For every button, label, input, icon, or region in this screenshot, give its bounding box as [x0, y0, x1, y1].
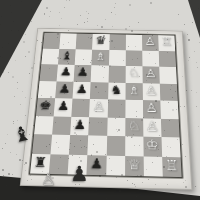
captured-white-pawn[interactable]: ♙	[41, 172, 55, 188]
black-bishop[interactable]: ♝	[61, 50, 74, 61]
square-e8[interactable]: ♚	[36, 98, 55, 116]
square-d2[interactable]: ♙	[142, 83, 160, 101]
square-c7[interactable]: ♟	[57, 65, 75, 82]
white-knight[interactable]: ♘	[128, 120, 141, 133]
square-e5[interactable]: ♙	[89, 99, 107, 117]
square-f6[interactable]: ♟	[70, 116, 89, 135]
white-pawn[interactable]: ♙	[145, 68, 157, 80]
square-e2[interactable]: ♙	[143, 100, 161, 118]
square-a8[interactable]	[43, 33, 61, 49]
square-e4[interactable]	[107, 99, 125, 117]
square-a5[interactable]: ♛	[92, 34, 109, 50]
square-a3[interactable]	[125, 35, 142, 51]
square-c2[interactable]: ♙	[142, 66, 159, 83]
square-b3[interactable]	[125, 50, 142, 66]
white-queen[interactable]: ♕	[128, 158, 141, 172]
square-c4[interactable]	[108, 66, 125, 83]
square-g6[interactable]	[69, 135, 88, 155]
square-d4[interactable]: ♞	[108, 82, 126, 100]
white-king[interactable]: ♔	[146, 139, 159, 153]
square-b5[interactable]: ♗	[92, 49, 109, 65]
square-b8[interactable]	[41, 48, 59, 64]
square-d6[interactable]: ♟	[73, 81, 91, 99]
square-d8[interactable]	[38, 81, 57, 99]
square-g4[interactable]	[106, 136, 125, 156]
black-pawn[interactable]: ♟	[76, 83, 89, 95]
white-bishop[interactable]: ♗	[94, 51, 106, 62]
square-c1[interactable]	[159, 67, 177, 84]
black-pawn[interactable]: ♟	[90, 157, 104, 171]
black-king[interactable]: ♚	[39, 100, 53, 113]
square-e1[interactable]	[160, 100, 178, 118]
square-f8[interactable]	[34, 116, 54, 135]
square-b6[interactable]	[75, 49, 93, 65]
white-pawn[interactable]: ♙	[146, 120, 159, 133]
square-e3[interactable]	[125, 100, 143, 118]
square-a7[interactable]	[59, 33, 76, 49]
square-g2[interactable]: ♔	[143, 137, 162, 157]
white-rook[interactable]: ♖	[161, 37, 173, 48]
captured-black-pawn[interactable]: ♟	[70, 164, 89, 185]
square-c6[interactable]: ♟	[74, 65, 92, 82]
square-g7[interactable]	[51, 135, 71, 155]
square-f2[interactable]: ♙	[143, 118, 161, 137]
square-b7[interactable]: ♝	[58, 49, 76, 65]
board-margin: ♛♙♖♝♗♟♟♘♙♟♟♞♗♙♚♟♙♙♟♘♙♔♜♟♕♖	[20, 28, 193, 190]
black-pawn[interactable]: ♟	[57, 100, 70, 113]
square-a6[interactable]	[76, 34, 93, 50]
black-rook[interactable]: ♜	[33, 156, 47, 170]
square-d1[interactable]	[160, 83, 178, 101]
square-g1[interactable]	[161, 137, 180, 157]
white-bishop[interactable]: ♗	[128, 84, 140, 96]
white-pawn[interactable]: ♙	[145, 102, 158, 115]
square-f5[interactable]	[89, 117, 108, 136]
black-pawn[interactable]: ♟	[59, 66, 72, 78]
square-f7[interactable]	[52, 116, 71, 135]
square-d3[interactable]: ♗	[125, 83, 143, 101]
square-a4[interactable]	[109, 34, 126, 50]
square-h2[interactable]	[143, 156, 162, 177]
white-pawn[interactable]: ♙	[144, 37, 156, 48]
square-d5[interactable]	[90, 82, 108, 100]
square-h4[interactable]	[106, 155, 125, 176]
chess-board[interactable]: ♛♙♖♝♗♟♟♘♙♟♟♞♗♙♚♟♙♙♟♘♙♔♜♟♕♖	[20, 28, 193, 190]
square-g5[interactable]	[88, 135, 107, 155]
black-pawn[interactable]: ♟	[77, 67, 90, 79]
square-b1[interactable]	[159, 51, 176, 67]
white-rook[interactable]: ♖	[165, 159, 179, 173]
white-knight[interactable]: ♘	[128, 68, 140, 80]
square-c3[interactable]: ♘	[125, 66, 142, 83]
chess-photo-scene: ♛♙♖♝♗♟♟♘♙♟♟♞♗♙♚♟♙♙♟♘♙♔♜♟♕♖ ♝ ♙ ♟	[0, 0, 200, 200]
square-f4[interactable]	[107, 117, 125, 136]
square-c5[interactable]	[91, 65, 109, 82]
black-pawn[interactable]: ♟	[58, 83, 71, 95]
black-knight[interactable]: ♞	[110, 84, 122, 96]
black-pawn[interactable]: ♟	[73, 118, 86, 131]
square-e6[interactable]	[72, 99, 91, 117]
square-h3[interactable]: ♕	[125, 156, 144, 177]
white-pawn[interactable]: ♙	[92, 101, 105, 114]
square-a2[interactable]: ♙	[142, 35, 159, 51]
square-f1[interactable]	[161, 118, 180, 137]
square-c8[interactable]	[40, 64, 58, 81]
square-b2[interactable]	[142, 50, 159, 66]
square-g8[interactable]	[32, 134, 52, 154]
black-queen[interactable]: ♛	[95, 36, 107, 47]
square-g3[interactable]	[125, 136, 144, 156]
square-f3[interactable]: ♘	[125, 118, 143, 137]
square-e7[interactable]: ♟	[54, 98, 73, 116]
square-d7[interactable]: ♟	[55, 81, 74, 99]
board-grid: ♛♙♖♝♗♟♟♘♙♟♟♞♗♙♚♟♙♙♟♘♙♔♜♟♕♖	[30, 33, 182, 177]
square-h5[interactable]: ♟	[87, 155, 106, 176]
square-a1[interactable]: ♖	[158, 35, 175, 51]
white-pawn[interactable]: ♙	[145, 85, 157, 97]
square-h1[interactable]: ♖	[162, 156, 182, 177]
square-b4[interactable]	[109, 50, 126, 66]
